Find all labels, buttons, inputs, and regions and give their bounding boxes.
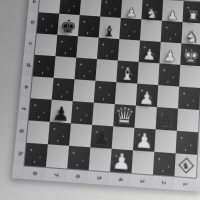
board-square-f8 xyxy=(29,98,52,122)
rank-label-text: 5 xyxy=(96,175,102,179)
board-square-h6 xyxy=(67,146,90,170)
board-square-a5 xyxy=(100,0,122,18)
board-square-d7 xyxy=(54,56,77,79)
board-square-b4 xyxy=(119,18,141,41)
rank-label-4: 4 xyxy=(109,172,131,187)
file-label-text: c xyxy=(27,42,33,46)
board-square-h1 xyxy=(174,153,197,177)
rank-label-text: 4 xyxy=(117,177,123,181)
board-square-f7 xyxy=(50,100,73,124)
board-square-c1 xyxy=(180,43,200,66)
board-square-d5 xyxy=(95,59,117,82)
board-square-d1 xyxy=(179,65,200,88)
board-square-c4 xyxy=(118,39,140,62)
board-square-h4 xyxy=(110,149,133,173)
board-square-g7 xyxy=(48,122,71,146)
file-label-text: e xyxy=(23,85,29,89)
file-label-text: g xyxy=(19,129,25,133)
board-square-c8 xyxy=(35,33,58,56)
board-square-h5 xyxy=(89,147,112,171)
file-label-text: b xyxy=(29,20,35,24)
board-square-a7 xyxy=(59,0,81,15)
rank-label-text: 7 xyxy=(53,172,59,176)
board-square-f4 xyxy=(113,104,136,128)
board-square-e6 xyxy=(73,79,96,102)
board-square-h3 xyxy=(132,150,155,174)
rank-label-text: 1 xyxy=(182,181,188,185)
file-label-text: h xyxy=(17,151,23,155)
chess-board: abcdefgh87654321♚♝♟♟♛♟♞♟♜♞♚♟♟♝♟♛♟♟♞ xyxy=(12,0,200,192)
board-square-e3 xyxy=(136,84,158,107)
rank-label-7: 7 xyxy=(45,167,68,182)
photo-of-chessboard: abcdefgh87654321♚♝♟♟♛♟♞♟♜♞♚♟♟♝♟♛♟♟♞ xyxy=(0,0,200,200)
board-square-h8 xyxy=(24,143,47,167)
board-square-b5 xyxy=(99,16,121,39)
rank-label-text: 6 xyxy=(74,174,80,178)
file-label-text: f xyxy=(21,107,27,110)
board-square-e5 xyxy=(94,81,117,104)
board-square-d4 xyxy=(116,60,138,83)
board-square-a1 xyxy=(183,1,200,23)
file-label-text: d xyxy=(25,63,31,67)
board-square-e4 xyxy=(115,82,137,105)
rank-label-text: 8 xyxy=(31,171,37,175)
rank-label-text: 3 xyxy=(139,178,145,182)
board-square-d3 xyxy=(137,62,159,85)
board-square-b6 xyxy=(78,15,100,38)
board-square-g8 xyxy=(27,120,50,144)
file-label-text: a xyxy=(31,0,37,3)
board-square-c3 xyxy=(139,40,161,63)
board-square-b1 xyxy=(181,22,200,45)
board-border-corner xyxy=(195,178,200,192)
board-square-c6 xyxy=(76,36,98,59)
board-square-f2 xyxy=(156,107,178,131)
board-square-b3 xyxy=(140,19,162,42)
board-square-g3 xyxy=(133,128,156,152)
board-square-g1 xyxy=(176,131,198,155)
rank-label-6: 6 xyxy=(66,168,89,183)
board-square-d8 xyxy=(33,55,56,78)
board-square-g5 xyxy=(90,125,113,149)
rank-label-1: 1 xyxy=(174,176,196,191)
board-square-d2 xyxy=(158,63,180,86)
board-square-c2 xyxy=(159,42,181,65)
board-square-g4 xyxy=(112,126,135,150)
board-square-g2 xyxy=(154,129,177,153)
board-square-b2 xyxy=(161,21,183,44)
rank-label-2: 2 xyxy=(152,175,174,190)
rank-label-3: 3 xyxy=(131,173,153,188)
board-square-c5 xyxy=(97,38,119,61)
board-square-f3 xyxy=(134,106,156,130)
board-square-a6 xyxy=(80,0,102,16)
board-square-a2 xyxy=(162,0,184,22)
rank-label-text: 2 xyxy=(160,180,166,184)
board-square-d6 xyxy=(74,58,97,81)
board-square-e1 xyxy=(178,87,200,110)
board-square-b8 xyxy=(37,12,59,35)
board-square-a4 xyxy=(121,0,143,19)
board-square-f6 xyxy=(71,101,94,125)
board-square-f5 xyxy=(92,103,115,127)
rank-label-8: 8 xyxy=(23,165,46,180)
board-square-h7 xyxy=(46,144,69,168)
board-square-f1 xyxy=(177,109,199,133)
board-square-a3 xyxy=(141,0,163,21)
board-square-e7 xyxy=(52,78,75,101)
board-square-c7 xyxy=(55,35,77,58)
rank-label-5: 5 xyxy=(88,170,110,185)
board-square-g6 xyxy=(69,123,92,147)
board-square-h2 xyxy=(153,152,176,176)
board-square-e8 xyxy=(31,76,54,99)
board-square-e2 xyxy=(157,85,179,108)
board-square-b7 xyxy=(57,14,79,37)
